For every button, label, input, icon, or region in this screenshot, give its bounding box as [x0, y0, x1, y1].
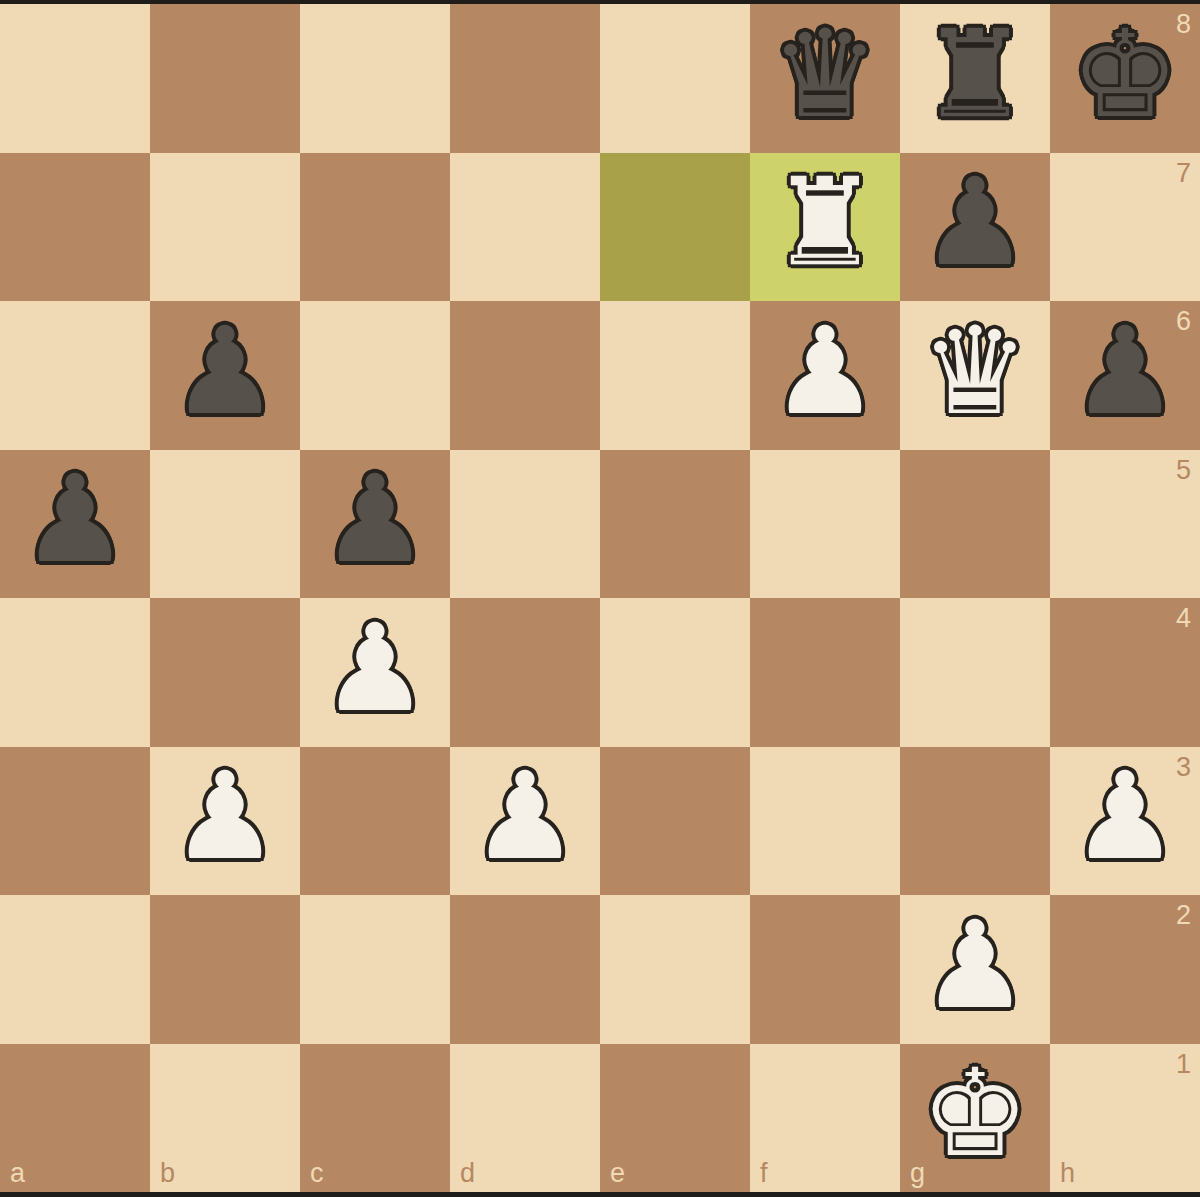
square-d7[interactable] — [450, 153, 600, 302]
file-label-e: e — [610, 1160, 625, 1187]
piece-black-pawn-h6[interactable]: ♟ — [1071, 311, 1179, 432]
square-e7[interactable] — [600, 153, 750, 302]
square-e3[interactable] — [600, 747, 750, 896]
piece-black-pawn-c5[interactable]: ♟ — [321, 459, 429, 580]
rank-label-6: 6 — [1176, 308, 1191, 335]
file-label-h: h — [1060, 1160, 1075, 1187]
square-f1[interactable]: f — [750, 1044, 900, 1193]
piece-black-pawn-a5[interactable]: ♟ — [21, 459, 129, 580]
square-g6[interactable]: ♛ — [900, 301, 1050, 450]
bottom-edge-bar — [0, 1192, 1200, 1197]
piece-black-rook-g8[interactable]: ♜ — [921, 14, 1029, 135]
file-label-a: a — [10, 1160, 25, 1187]
file-label-g: g — [910, 1160, 925, 1187]
file-label-f: f — [760, 1160, 768, 1187]
square-b6[interactable]: ♟ — [150, 301, 300, 450]
square-h3[interactable]: ♟3 — [1050, 747, 1200, 896]
square-d8[interactable] — [450, 4, 600, 153]
square-f7[interactable]: ♜ — [750, 153, 900, 302]
square-c8[interactable] — [300, 4, 450, 153]
square-c2[interactable] — [300, 895, 450, 1044]
square-c1[interactable]: c — [300, 1044, 450, 1193]
square-h7[interactable]: 7 — [1050, 153, 1200, 302]
square-a5[interactable]: ♟ — [0, 450, 150, 599]
square-a8[interactable] — [0, 4, 150, 153]
square-d3[interactable]: ♟ — [450, 747, 600, 896]
piece-white-king-g1[interactable]: ♚ — [921, 1053, 1029, 1174]
square-g5[interactable] — [900, 450, 1050, 599]
square-f8[interactable]: ♛ — [750, 4, 900, 153]
square-g4[interactable] — [900, 598, 1050, 747]
piece-white-pawn-h3[interactable]: ♟ — [1071, 756, 1179, 877]
file-label-d: d — [460, 1160, 475, 1187]
square-f2[interactable] — [750, 895, 900, 1044]
square-b2[interactable] — [150, 895, 300, 1044]
square-d6[interactable] — [450, 301, 600, 450]
square-c4[interactable]: ♟ — [300, 598, 450, 747]
square-h6[interactable]: ♟6 — [1050, 301, 1200, 450]
piece-black-pawn-b6[interactable]: ♟ — [171, 311, 279, 432]
square-g2[interactable]: ♟ — [900, 895, 1050, 1044]
chess-app-frame: ♛♜♚8♜♟7♟♟♛♟6♟♟5♟4♟♟♟3♟2abcdef♚g1h — [0, 0, 1200, 1197]
chess-board: ♛♜♚8♜♟7♟♟♛♟6♟♟5♟4♟♟♟3♟2abcdef♚g1h — [0, 4, 1200, 1192]
rank-label-4: 4 — [1176, 605, 1191, 632]
piece-white-queen-g6[interactable]: ♛ — [921, 311, 1029, 432]
square-f4[interactable] — [750, 598, 900, 747]
rank-label-1: 1 — [1176, 1051, 1191, 1078]
square-a1[interactable]: a — [0, 1044, 150, 1193]
piece-black-king-h8[interactable]: ♚ — [1071, 14, 1179, 135]
piece-white-pawn-b3[interactable]: ♟ — [171, 756, 279, 877]
piece-white-pawn-d3[interactable]: ♟ — [471, 756, 579, 877]
square-a2[interactable] — [0, 895, 150, 1044]
square-f5[interactable] — [750, 450, 900, 599]
rank-label-8: 8 — [1176, 11, 1191, 38]
square-c5[interactable]: ♟ — [300, 450, 450, 599]
rank-label-3: 3 — [1176, 754, 1191, 781]
square-h1[interactable]: 1h — [1050, 1044, 1200, 1193]
square-c7[interactable] — [300, 153, 450, 302]
piece-white-pawn-f6[interactable]: ♟ — [771, 311, 879, 432]
square-g1[interactable]: ♚g — [900, 1044, 1050, 1193]
piece-black-queen-f8[interactable]: ♛ — [771, 14, 879, 135]
square-e1[interactable]: e — [600, 1044, 750, 1193]
square-b3[interactable]: ♟ — [150, 747, 300, 896]
square-b5[interactable] — [150, 450, 300, 599]
square-b4[interactable] — [150, 598, 300, 747]
square-h8[interactable]: ♚8 — [1050, 4, 1200, 153]
square-g7[interactable]: ♟ — [900, 153, 1050, 302]
square-a7[interactable] — [0, 153, 150, 302]
square-g3[interactable] — [900, 747, 1050, 896]
piece-white-pawn-c4[interactable]: ♟ — [321, 608, 429, 729]
piece-white-rook-f7[interactable]: ♜ — [771, 162, 879, 283]
rank-label-2: 2 — [1176, 902, 1191, 929]
square-d2[interactable] — [450, 895, 600, 1044]
rank-label-5: 5 — [1176, 457, 1191, 484]
file-label-b: b — [160, 1160, 175, 1187]
square-b7[interactable] — [150, 153, 300, 302]
piece-white-pawn-g2[interactable]: ♟ — [921, 905, 1029, 1026]
square-e8[interactable] — [600, 4, 750, 153]
square-e5[interactable] — [600, 450, 750, 599]
piece-black-pawn-g7[interactable]: ♟ — [921, 162, 1029, 283]
square-b8[interactable] — [150, 4, 300, 153]
file-label-c: c — [310, 1160, 324, 1187]
square-e6[interactable] — [600, 301, 750, 450]
rank-label-7: 7 — [1176, 160, 1191, 187]
square-a4[interactable] — [0, 598, 150, 747]
square-h2[interactable]: 2 — [1050, 895, 1200, 1044]
square-f6[interactable]: ♟ — [750, 301, 900, 450]
square-c3[interactable] — [300, 747, 450, 896]
square-d5[interactable] — [450, 450, 600, 599]
square-e4[interactable] — [600, 598, 750, 747]
square-f3[interactable] — [750, 747, 900, 896]
square-a3[interactable] — [0, 747, 150, 896]
square-d1[interactable]: d — [450, 1044, 600, 1193]
square-b1[interactable]: b — [150, 1044, 300, 1193]
square-a6[interactable] — [0, 301, 150, 450]
square-c6[interactable] — [300, 301, 450, 450]
square-h4[interactable]: 4 — [1050, 598, 1200, 747]
square-h5[interactable]: 5 — [1050, 450, 1200, 599]
square-d4[interactable] — [450, 598, 600, 747]
square-e2[interactable] — [600, 895, 750, 1044]
square-g8[interactable]: ♜ — [900, 4, 1050, 153]
